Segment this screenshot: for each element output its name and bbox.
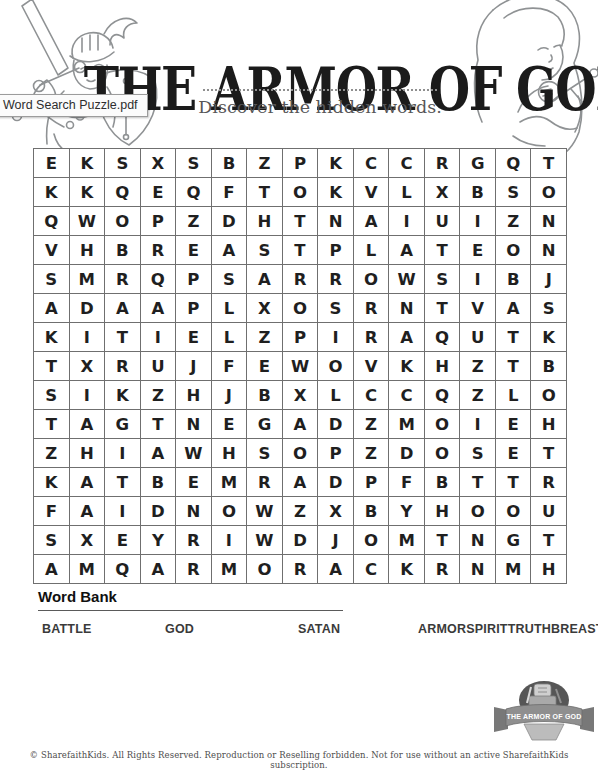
grid-cell-r4c2[interactable]: H: [70, 236, 106, 265]
word-bank-item-armor: ARMOR: [418, 620, 466, 639]
grid-cell-r9c13[interactable]: Z: [460, 381, 496, 410]
grid-cell-r8c1[interactable]: T: [34, 352, 70, 381]
grid-cell-r15c5[interactable]: R: [176, 555, 212, 584]
grid-cell-r10c8[interactable]: A: [283, 410, 319, 439]
grid-cell-r2c14[interactable]: S: [496, 178, 532, 207]
grid-cell-r15c1[interactable]: A: [34, 555, 70, 584]
grid-cell-r4c14[interactable]: O: [496, 236, 532, 265]
grid-cell-r10c15[interactable]: H: [531, 410, 567, 439]
grid-cell-r12c5[interactable]: E: [176, 468, 212, 497]
grid-cell-r4c10[interactable]: L: [354, 236, 390, 265]
grid-cell-r5c12[interactable]: S: [425, 265, 461, 294]
filename-tooltip: Word Search Puzzle.pdf: [0, 94, 148, 117]
grid-cell-r7c8[interactable]: P: [283, 323, 319, 352]
grid-cell-r13c9[interactable]: X: [318, 497, 354, 526]
word-bank-rule: [38, 610, 343, 611]
grid-cell-r5c7[interactable]: A: [247, 265, 283, 294]
grid-cell-r9c4[interactable]: Z: [141, 381, 177, 410]
badge-tail: [524, 724, 564, 740]
grid-cell-r12c3[interactable]: T: [105, 468, 141, 497]
grid-cell-r1c11[interactable]: C: [389, 149, 425, 178]
grid-cell-r3c13[interactable]: I: [460, 207, 496, 236]
grid-cell-r7c9[interactable]: I: [318, 323, 354, 352]
grid-cell-r2c4[interactable]: E: [141, 178, 177, 207]
grid-cell-r11c14[interactable]: E: [496, 439, 532, 468]
grid-cell-r12c15[interactable]: R: [531, 468, 567, 497]
grid-cell-r6c11[interactable]: N: [389, 294, 425, 323]
grid-cell-r11c6[interactable]: H: [212, 439, 248, 468]
grid-cell-r6c9[interactable]: S: [318, 294, 354, 323]
word-bank-item-god: GOD: [165, 620, 298, 639]
grid-cell-r2c13[interactable]: B: [460, 178, 496, 207]
grid-cell-r15c6[interactable]: M: [212, 555, 248, 584]
grid-cell-r15c14[interactable]: M: [496, 555, 532, 584]
grid-cell-r6c2[interactable]: D: [70, 294, 106, 323]
grid-cell-r5c11[interactable]: W: [389, 265, 425, 294]
grid-cell-r12c9[interactable]: D: [318, 468, 354, 497]
grid-cell-r6c10[interactable]: R: [354, 294, 390, 323]
grid-cell-r9c8[interactable]: X: [283, 381, 319, 410]
grid-cell-r8c6[interactable]: F: [212, 352, 248, 381]
closed-eyes: [538, 45, 562, 50]
grid-cell-r14c13[interactable]: N: [460, 526, 496, 555]
grid-cell-r8c13[interactable]: Z: [460, 352, 496, 381]
grid-cell-r14c3[interactable]: E: [105, 526, 141, 555]
grid-cell-r7c1[interactable]: K: [34, 323, 70, 352]
grid-cell-r12c8[interactable]: A: [283, 468, 319, 497]
grid-cell-r2c2[interactable]: K: [70, 178, 106, 207]
word-bank-item-satan: SATAN: [298, 620, 418, 639]
word-bank-list: BATTLE GOD SATAN ARMOR SPIRIT TRUTH BREA…: [42, 620, 598, 639]
grid-cell-r9c7[interactable]: B: [247, 381, 283, 410]
grid-cell-r9c1[interactable]: S: [34, 381, 70, 410]
grid-cell-r13c3[interactable]: I: [105, 497, 141, 526]
grid-cell-r5c14[interactable]: B: [496, 265, 532, 294]
grid-cell-r15c9[interactable]: A: [318, 555, 354, 584]
grid-cell-r13c11[interactable]: Y: [389, 497, 425, 526]
grid-cell-r9c9[interactable]: L: [318, 381, 354, 410]
grid-cell-r11c10[interactable]: Z: [354, 439, 390, 468]
grid-cell-r13c10[interactable]: B: [354, 497, 390, 526]
grid-cell-r4c4[interactable]: R: [141, 236, 177, 265]
grid-cell-r10c7[interactable]: G: [247, 410, 283, 439]
grid-cell-r12c6[interactable]: M: [212, 468, 248, 497]
grid-cell-r13c15[interactable]: U: [531, 497, 567, 526]
grid-cell-r12c7[interactable]: R: [247, 468, 283, 497]
grid-cell-r11c9[interactable]: P: [318, 439, 354, 468]
grid-cell-r1c2[interactable]: K: [70, 149, 106, 178]
grid-cell-r12c4[interactable]: B: [141, 468, 177, 497]
grid-cell-r8c8[interactable]: W: [283, 352, 319, 381]
grid-cell-r1c8[interactable]: P: [283, 149, 319, 178]
grid-cell-r14c4[interactable]: Y: [141, 526, 177, 555]
grid-cell-r10c11[interactable]: M: [389, 410, 425, 439]
grid-cell-r11c1[interactable]: Z: [34, 439, 70, 468]
grid-cell-r7c2[interactable]: I: [70, 323, 106, 352]
grid-cell-r14c2[interactable]: X: [70, 526, 106, 555]
grid-cell-r3c15[interactable]: N: [531, 207, 567, 236]
grid-cell-r13c4[interactable]: D: [141, 497, 177, 526]
grid-cell-r11c8[interactable]: O: [283, 439, 319, 468]
grid-cell-r3c6[interactable]: D: [212, 207, 248, 236]
grid-cell-r2c12[interactable]: X: [425, 178, 461, 207]
grid-cell-r14c7[interactable]: W: [247, 526, 283, 555]
grid-cell-r10c1[interactable]: T: [34, 410, 70, 439]
grid-cell-r4c8[interactable]: T: [283, 236, 319, 265]
badge-ribbon-label: THE ARMOR OF GOD: [507, 713, 582, 720]
grid-cell-r1c15[interactable]: T: [531, 149, 567, 178]
grid-cell-r15c3[interactable]: Q: [105, 555, 141, 584]
grid-cell-r8c14[interactable]: T: [496, 352, 532, 381]
grid-cell-r10c4[interactable]: T: [141, 410, 177, 439]
plume-icon: [104, 19, 137, 45]
worksheet-page: THE ARMOR OF GOD Discover the hidden wor…: [0, 0, 598, 776]
grid-cell-r8c2[interactable]: X: [70, 352, 106, 381]
grid-cell-r3c8[interactable]: T: [283, 207, 319, 236]
grid-cell-r14c12[interactable]: T: [425, 526, 461, 555]
grid-cell-r13c1[interactable]: F: [34, 497, 70, 526]
grid-cell-r9c10[interactable]: C: [354, 381, 390, 410]
grid-cell-r10c3[interactable]: G: [105, 410, 141, 439]
word-bank-item-battle: BATTLE: [42, 620, 165, 639]
grid-cell-r11c5[interactable]: W: [176, 439, 212, 468]
grid-cell-r15c11[interactable]: K: [389, 555, 425, 584]
grid-cell-r4c15[interactable]: N: [531, 236, 567, 265]
grid-cell-r10c5[interactable]: N: [176, 410, 212, 439]
grid-cell-r7c6[interactable]: L: [212, 323, 248, 352]
grid-cell-r2c6[interactable]: F: [212, 178, 248, 207]
grid-cell-r6c7[interactable]: X: [247, 294, 283, 323]
grid-cell-r3c10[interactable]: A: [354, 207, 390, 236]
word-search-grid: EKSXSBZPKCCRGQTKKQEQFTOKVLXBSOQWOPZDHTNA…: [33, 148, 567, 584]
word-bank-item-breastplate: BREASTPLATE: [551, 620, 598, 639]
word-bank-item-spirit: SPIRIT: [466, 620, 507, 639]
grid-cell-r2c1[interactable]: K: [34, 178, 70, 207]
grid-cell-r6c5[interactable]: P: [176, 294, 212, 323]
grid-cell-r2c15[interactable]: O: [531, 178, 567, 207]
grid-cell-r14c6[interactable]: I: [212, 526, 248, 555]
grid-cell-r5c15[interactable]: J: [531, 265, 567, 294]
grid-cell-r4c7[interactable]: S: [247, 236, 283, 265]
grid-cell-r3c4[interactable]: P: [141, 207, 177, 236]
grid-cell-r9c14[interactable]: L: [496, 381, 532, 410]
grid-cell-r5c6[interactable]: S: [212, 265, 248, 294]
grid-cell-r1c5[interactable]: S: [176, 149, 212, 178]
grid-cell-r4c3[interactable]: B: [105, 236, 141, 265]
armor-of-god-badge: THE ARMOR OF GOD: [492, 679, 596, 749]
grid-cell-r1c12[interactable]: R: [425, 149, 461, 178]
grid-cell-r15c10[interactable]: C: [354, 555, 390, 584]
grid-cell-r15c12[interactable]: R: [425, 555, 461, 584]
grid-cell-r4c9[interactable]: P: [318, 236, 354, 265]
grid-cell-r4c6[interactable]: A: [212, 236, 248, 265]
grid-cell-r12c2[interactable]: A: [70, 468, 106, 497]
grid-cell-r15c8[interactable]: R: [283, 555, 319, 584]
grid-cell-r8c15[interactable]: B: [531, 352, 567, 381]
grid-cell-r14c8[interactable]: D: [283, 526, 319, 555]
grid-cell-r10c13[interactable]: I: [460, 410, 496, 439]
sword-blade-icon: [22, 0, 68, 75]
grid-cell-r4c12[interactable]: T: [425, 236, 461, 265]
grid-cell-r13c7[interactable]: W: [247, 497, 283, 526]
grid-cell-r6c8[interactable]: O: [283, 294, 319, 323]
grid-cell-r5c10[interactable]: O: [354, 265, 390, 294]
grid-cell-r15c13[interactable]: N: [460, 555, 496, 584]
grid-cell-r8c10[interactable]: V: [354, 352, 390, 381]
grid-cell-r3c7[interactable]: H: [247, 207, 283, 236]
grid-cell-r14c5[interactable]: R: [176, 526, 212, 555]
grid-cell-r6c1[interactable]: A: [34, 294, 70, 323]
grid-cell-r10c14[interactable]: E: [496, 410, 532, 439]
grid-cell-r1c6[interactable]: B: [212, 149, 248, 178]
grid-cell-r13c6[interactable]: O: [212, 497, 248, 526]
grid-cell-r8c7[interactable]: E: [247, 352, 283, 381]
grid-cell-r2c7[interactable]: T: [247, 178, 283, 207]
grid-cell-r5c4[interactable]: Q: [141, 265, 177, 294]
grid-cell-r15c15[interactable]: H: [531, 555, 567, 584]
grid-cell-r6c14[interactable]: A: [496, 294, 532, 323]
grid-cell-r5c5[interactable]: P: [176, 265, 212, 294]
grid-cell-r6c15[interactable]: S: [531, 294, 567, 323]
grid-cell-r11c12[interactable]: O: [425, 439, 461, 468]
grid-cell-r9c3[interactable]: K: [105, 381, 141, 410]
grid-cell-r10c12[interactable]: O: [425, 410, 461, 439]
grid-cell-r7c13[interactable]: U: [460, 323, 496, 352]
grid-cell-r13c14[interactable]: O: [496, 497, 532, 526]
grid-cell-r7c7[interactable]: Z: [247, 323, 283, 352]
grid-cell-r5c3[interactable]: R: [105, 265, 141, 294]
copyright-text: © SharefaithKids. All Rights Reserved. R…: [0, 750, 598, 770]
grid-cell-r10c6[interactable]: E: [212, 410, 248, 439]
grid-cell-r14c1[interactable]: S: [34, 526, 70, 555]
grid-cell-r6c13[interactable]: V: [460, 294, 496, 323]
grid-cell-r11c2[interactable]: H: [70, 439, 106, 468]
grid-cell-r8c5[interactable]: J: [176, 352, 212, 381]
grid-cell-r6c12[interactable]: T: [425, 294, 461, 323]
grid-cell-r1c13[interactable]: G: [460, 149, 496, 178]
grid-cell-r7c12[interactable]: Q: [425, 323, 461, 352]
word-bank-item-truth: TRUTH: [508, 620, 551, 639]
grid-cell-r10c2[interactable]: A: [70, 410, 106, 439]
grid-cell-r12c1[interactable]: K: [34, 468, 70, 497]
grid-cell-r7c4[interactable]: I: [141, 323, 177, 352]
grid-cell-r15c4[interactable]: A: [141, 555, 177, 584]
grid-cell-r2c9[interactable]: K: [318, 178, 354, 207]
grid-cell-r6c6[interactable]: L: [212, 294, 248, 323]
grid-cell-r10c10[interactable]: Z: [354, 410, 390, 439]
grid-cell-r9c11[interactable]: C: [389, 381, 425, 410]
grid-cell-r8c3[interactable]: R: [105, 352, 141, 381]
grid-cell-r9c6[interactable]: J: [212, 381, 248, 410]
grid-cell-r1c1[interactable]: E: [34, 149, 70, 178]
grid-cell-r14c10[interactable]: O: [354, 526, 390, 555]
grid-cell-r12c10[interactable]: P: [354, 468, 390, 497]
grid-cell-r5c9[interactable]: R: [318, 265, 354, 294]
grid-cell-r3c1[interactable]: Q: [34, 207, 70, 236]
grid-cell-r3c9[interactable]: N: [318, 207, 354, 236]
grid-cell-r12c13[interactable]: T: [460, 468, 496, 497]
grid-cell-r11c7[interactable]: S: [247, 439, 283, 468]
grid-cell-r3c5[interactable]: Z: [176, 207, 212, 236]
dotted-divider: [203, 89, 437, 91]
grid-cell-r13c8[interactable]: Z: [283, 497, 319, 526]
grid-cell-r3c12[interactable]: U: [425, 207, 461, 236]
grid-cell-r14c11[interactable]: M: [389, 526, 425, 555]
grid-cell-r4c1[interactable]: V: [34, 236, 70, 265]
grid-cell-r11c15[interactable]: T: [531, 439, 567, 468]
word-bank-heading: Word Bank: [38, 588, 117, 605]
grid-cell-r1c7[interactable]: Z: [247, 149, 283, 178]
grid-cell-r8c12[interactable]: H: [425, 352, 461, 381]
grid-cell-r3c11[interactable]: I: [389, 207, 425, 236]
grid-cell-r1c4[interactable]: X: [141, 149, 177, 178]
grid-cell-r14c15[interactable]: T: [531, 526, 567, 555]
grid-cell-r1c10[interactable]: C: [354, 149, 390, 178]
grid-cell-r1c9[interactable]: K: [318, 149, 354, 178]
grid-cell-r11c3[interactable]: I: [105, 439, 141, 468]
grid-cell-r10c9[interactable]: D: [318, 410, 354, 439]
grid-cell-r2c11[interactable]: L: [389, 178, 425, 207]
grid-cell-r2c8[interactable]: O: [283, 178, 319, 207]
grid-cell-r8c4[interactable]: U: [141, 352, 177, 381]
grid-cell-r1c3[interactable]: S: [105, 149, 141, 178]
grid-cell-r13c2[interactable]: A: [70, 497, 106, 526]
grid-cell-r11c13[interactable]: S: [460, 439, 496, 468]
grid-cell-r2c5[interactable]: Q: [176, 178, 212, 207]
grid-cell-r12c11[interactable]: F: [389, 468, 425, 497]
grid-cell-r7c3[interactable]: T: [105, 323, 141, 352]
grid-cell-r15c7[interactable]: O: [247, 555, 283, 584]
grid-cell-r3c14[interactable]: Z: [496, 207, 532, 236]
grid-cell-r11c4[interactable]: A: [141, 439, 177, 468]
grid-cell-r7c10[interactable]: R: [354, 323, 390, 352]
grid-cell-r9c12[interactable]: Q: [425, 381, 461, 410]
grid-cell-r4c11[interactable]: A: [389, 236, 425, 265]
grid-cell-r2c3[interactable]: Q: [105, 178, 141, 207]
grid-cell-r7c11[interactable]: A: [389, 323, 425, 352]
filename-text: Word Search Puzzle.pdf: [3, 98, 138, 112]
grid-cell-r14c9[interactable]: J: [318, 526, 354, 555]
grid-cell-r3c2[interactable]: W: [70, 207, 106, 236]
grid-cell-r9c5[interactable]: H: [176, 381, 212, 410]
grid-cell-r4c5[interactable]: E: [176, 236, 212, 265]
grid-cell-r2c10[interactable]: V: [354, 178, 390, 207]
grid-cell-r9c2[interactable]: I: [70, 381, 106, 410]
grid-cell-r12c12[interactable]: B: [425, 468, 461, 497]
grid-cell-r15c2[interactable]: M: [70, 555, 106, 584]
grid-cell-r5c13[interactable]: I: [460, 265, 496, 294]
grid-cell-r11c11[interactable]: D: [389, 439, 425, 468]
grid-cell-r13c5[interactable]: N: [176, 497, 212, 526]
grid-cell-r7c15[interactable]: K: [531, 323, 567, 352]
grid-cell-r5c2[interactable]: M: [70, 265, 106, 294]
grid-cell-r13c13[interactable]: O: [460, 497, 496, 526]
grid-cell-r7c5[interactable]: E: [176, 323, 212, 352]
grid-cell-r3c3[interactable]: O: [105, 207, 141, 236]
grid-cell-r9c15[interactable]: O: [531, 381, 567, 410]
grid-cell-r1c14[interactable]: Q: [496, 149, 532, 178]
grid-cell-r8c9[interactable]: O: [318, 352, 354, 381]
grid-cell-r5c8[interactable]: R: [283, 265, 319, 294]
grid-cell-r6c3[interactable]: A: [105, 294, 141, 323]
grid-cell-r12c14[interactable]: T: [496, 468, 532, 497]
grid-cell-r14c14[interactable]: G: [496, 526, 532, 555]
grid-cell-r5c1[interactable]: S: [34, 265, 70, 294]
grid-cell-r8c11[interactable]: K: [389, 352, 425, 381]
grid-cell-r13c12[interactable]: H: [425, 497, 461, 526]
grid-cell-r4c13[interactable]: E: [460, 236, 496, 265]
grid-cell-r7c14[interactable]: T: [496, 323, 532, 352]
grid-cell-r6c4[interactable]: A: [141, 294, 177, 323]
